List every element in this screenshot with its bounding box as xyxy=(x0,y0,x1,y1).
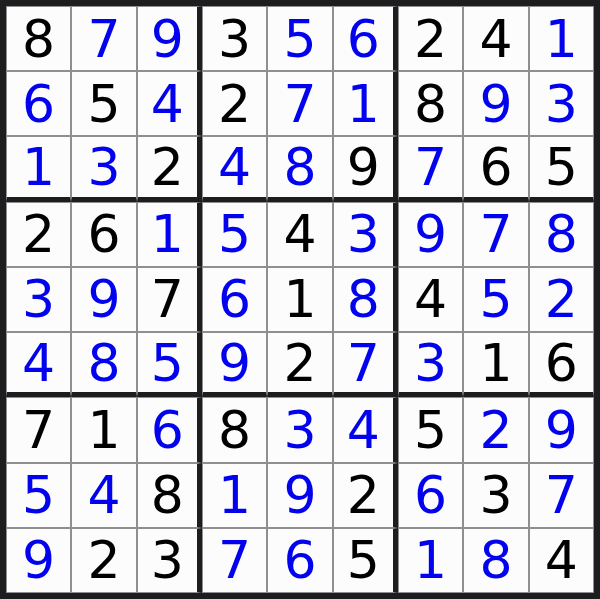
cell-r5c8[interactable]: 5 xyxy=(463,267,528,332)
cell-r9c3[interactable]: 3 xyxy=(137,528,202,593)
cell-r4c4[interactable]: 5 xyxy=(202,202,267,267)
cell-r8c7[interactable]: 6 xyxy=(398,463,463,528)
cell-r9c7[interactable]: 1 xyxy=(398,528,463,593)
cell-r5c2[interactable]: 9 xyxy=(71,267,136,332)
cell-r1c1[interactable]: 8 xyxy=(6,6,71,71)
cell-r4c1[interactable]: 2 xyxy=(6,202,71,267)
cell-r7c6[interactable]: 4 xyxy=(333,397,398,462)
cell-r4c3[interactable]: 1 xyxy=(137,202,202,267)
cell-r8c2[interactable]: 4 xyxy=(71,463,136,528)
cell-r7c9[interactable]: 9 xyxy=(529,397,594,462)
cell-r5c4[interactable]: 6 xyxy=(202,267,267,332)
cell-r7c3[interactable]: 6 xyxy=(137,397,202,462)
cell-r9c6[interactable]: 5 xyxy=(333,528,398,593)
cell-r1c8[interactable]: 4 xyxy=(463,6,528,71)
cell-r8c8[interactable]: 3 xyxy=(463,463,528,528)
cell-r5c9[interactable]: 2 xyxy=(529,267,594,332)
cell-r3c9[interactable]: 5 xyxy=(529,136,594,201)
cell-r4c7[interactable]: 9 xyxy=(398,202,463,267)
cell-r8c4[interactable]: 1 xyxy=(202,463,267,528)
cell-r5c1[interactable]: 3 xyxy=(6,267,71,332)
cell-r3c5[interactable]: 8 xyxy=(267,136,332,201)
cell-r2c1[interactable]: 6 xyxy=(6,71,71,136)
cell-r9c4[interactable]: 7 xyxy=(202,528,267,593)
cell-r5c7[interactable]: 4 xyxy=(398,267,463,332)
cell-r8c6[interactable]: 2 xyxy=(333,463,398,528)
cell-r6c5[interactable]: 2 xyxy=(267,332,332,397)
cell-r7c5[interactable]: 3 xyxy=(267,397,332,462)
cell-r5c3[interactable]: 7 xyxy=(137,267,202,332)
cell-r3c8[interactable]: 6 xyxy=(463,136,528,201)
cell-r1c4[interactable]: 3 xyxy=(202,6,267,71)
cell-r2c8[interactable]: 9 xyxy=(463,71,528,136)
cell-r5c5[interactable]: 1 xyxy=(267,267,332,332)
cell-r8c1[interactable]: 5 xyxy=(6,463,71,528)
cell-r7c7[interactable]: 5 xyxy=(398,397,463,462)
cell-r4c9[interactable]: 8 xyxy=(529,202,594,267)
cell-r6c1[interactable]: 4 xyxy=(6,332,71,397)
cell-r4c8[interactable]: 7 xyxy=(463,202,528,267)
cell-r4c2[interactable]: 6 xyxy=(71,202,136,267)
cell-r3c4[interactable]: 4 xyxy=(202,136,267,201)
cell-r2c6[interactable]: 1 xyxy=(333,71,398,136)
cell-r1c3[interactable]: 9 xyxy=(137,6,202,71)
cell-r6c8[interactable]: 1 xyxy=(463,332,528,397)
cell-r1c7[interactable]: 2 xyxy=(398,6,463,71)
cell-r7c4[interactable]: 8 xyxy=(202,397,267,462)
cell-r2c3[interactable]: 4 xyxy=(137,71,202,136)
cell-r1c2[interactable]: 7 xyxy=(71,6,136,71)
cell-r7c8[interactable]: 2 xyxy=(463,397,528,462)
cell-r4c6[interactable]: 3 xyxy=(333,202,398,267)
cell-r2c9[interactable]: 3 xyxy=(529,71,594,136)
cell-r6c2[interactable]: 8 xyxy=(71,332,136,397)
cell-r6c3[interactable]: 5 xyxy=(137,332,202,397)
cell-r1c9[interactable]: 1 xyxy=(529,6,594,71)
cell-r7c2[interactable]: 1 xyxy=(71,397,136,462)
cell-r8c3[interactable]: 8 xyxy=(137,463,202,528)
cell-r3c6[interactable]: 9 xyxy=(333,136,398,201)
cell-r6c7[interactable]: 3 xyxy=(398,332,463,397)
cell-r5c6[interactable]: 8 xyxy=(333,267,398,332)
cell-r3c3[interactable]: 2 xyxy=(137,136,202,201)
cell-r3c2[interactable]: 3 xyxy=(71,136,136,201)
cell-r2c2[interactable]: 5 xyxy=(71,71,136,136)
cell-r1c6[interactable]: 6 xyxy=(333,6,398,71)
cell-r6c6[interactable]: 7 xyxy=(333,332,398,397)
cell-r8c5[interactable]: 9 xyxy=(267,463,332,528)
cell-r2c4[interactable]: 2 xyxy=(202,71,267,136)
cell-r9c9[interactable]: 4 xyxy=(529,528,594,593)
cell-r6c9[interactable]: 6 xyxy=(529,332,594,397)
cell-r8c9[interactable]: 7 xyxy=(529,463,594,528)
sudoku-board: 8793562416542718931324897652615439783976… xyxy=(0,0,600,599)
cell-r3c7[interactable]: 7 xyxy=(398,136,463,201)
cell-r2c5[interactable]: 7 xyxy=(267,71,332,136)
cell-r9c2[interactable]: 2 xyxy=(71,528,136,593)
cell-r4c5[interactable]: 4 xyxy=(267,202,332,267)
cell-r9c1[interactable]: 9 xyxy=(6,528,71,593)
cell-r6c4[interactable]: 9 xyxy=(202,332,267,397)
cell-r9c8[interactable]: 8 xyxy=(463,528,528,593)
cell-r3c1[interactable]: 1 xyxy=(6,136,71,201)
cell-r9c5[interactable]: 6 xyxy=(267,528,332,593)
cell-r7c1[interactable]: 7 xyxy=(6,397,71,462)
cell-r1c5[interactable]: 5 xyxy=(267,6,332,71)
cell-r2c7[interactable]: 8 xyxy=(398,71,463,136)
